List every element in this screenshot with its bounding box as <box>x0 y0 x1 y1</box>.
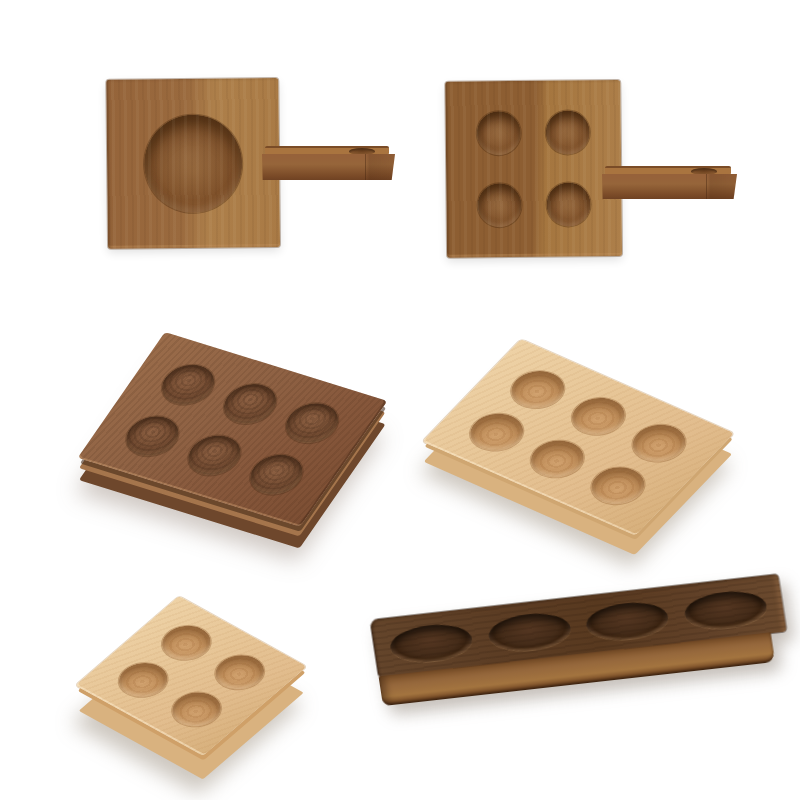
pit-recess <box>546 110 590 154</box>
pit-recess <box>501 364 575 415</box>
square-tray-1-pit-side <box>262 146 395 180</box>
square-tray-1-pit-top <box>106 78 247 216</box>
pit-recess <box>162 685 231 733</box>
square-tray-4-pit-side <box>602 166 737 199</box>
pit-recess <box>277 397 348 449</box>
pit-recess <box>477 183 521 227</box>
product-collage-canvas <box>0 0 800 800</box>
pit-recess <box>179 429 250 481</box>
pit-grid <box>422 339 734 536</box>
pit-grid <box>106 78 280 249</box>
slab-top-hole <box>691 168 717 175</box>
slab-front-face <box>262 154 395 180</box>
pit-recess <box>486 610 573 655</box>
beech-tray-6-pit <box>439 339 703 505</box>
pit-recess <box>117 410 188 462</box>
pit-recess <box>241 449 312 501</box>
pit-recess <box>205 648 274 696</box>
pit-recess <box>460 406 534 457</box>
pit-recess <box>521 433 595 484</box>
slab-top-hole <box>349 148 375 155</box>
pit-grid <box>75 596 306 756</box>
pit-recess <box>215 378 286 430</box>
pit-recess <box>682 588 769 633</box>
pit-recess <box>584 599 671 644</box>
pit-recess <box>152 359 223 411</box>
beech-tray-4-pit <box>93 596 285 729</box>
pit-recess <box>581 460 655 511</box>
walnut-tray-6-pit <box>94 332 352 493</box>
pit-grid <box>445 80 622 258</box>
pit-grid <box>78 332 388 527</box>
pit-recess <box>388 621 475 666</box>
pit-recess <box>623 417 697 468</box>
pit-recess <box>547 182 591 226</box>
slab-top-face <box>265 146 389 155</box>
pit-recess <box>562 391 636 442</box>
slab-front-face <box>602 174 737 199</box>
square-tray-4-pit-top <box>445 80 586 225</box>
pit-recess <box>476 111 520 155</box>
slab-top-face <box>605 166 731 175</box>
pit-recess <box>144 114 243 213</box>
pit-recess <box>109 656 178 704</box>
walnut-tray-4-pit-row <box>370 576 775 706</box>
pit-recess <box>151 619 220 667</box>
